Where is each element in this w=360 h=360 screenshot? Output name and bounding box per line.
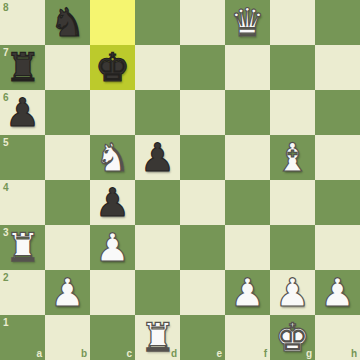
square-h3[interactable] [315, 225, 360, 270]
square-g5[interactable]: ♝ [270, 135, 315, 180]
square-d2[interactable] [135, 270, 180, 315]
rank-label-4: 4 [3, 182, 9, 193]
square-c2[interactable] [90, 270, 135, 315]
square-h5[interactable] [315, 135, 360, 180]
square-d7[interactable] [135, 45, 180, 90]
rank-label-8: 8 [3, 2, 9, 13]
file-label-f: f [264, 348, 267, 359]
square-g4[interactable] [270, 180, 315, 225]
square-e2[interactable] [180, 270, 225, 315]
square-g3[interactable] [270, 225, 315, 270]
square-h8[interactable] [315, 0, 360, 45]
file-label-c: c [126, 348, 132, 359]
square-h7[interactable] [315, 45, 360, 90]
piece-white-pawn[interactable]: ♟ [315, 270, 360, 315]
file-label-h: h [351, 348, 357, 359]
square-c5[interactable]: ♞ [90, 135, 135, 180]
square-d6[interactable] [135, 90, 180, 135]
piece-white-rook[interactable]: ♜ [135, 315, 180, 360]
rank-label-5: 5 [3, 137, 9, 148]
square-g8[interactable] [270, 0, 315, 45]
file-label-b: b [81, 348, 87, 359]
square-g2[interactable]: ♟ [270, 270, 315, 315]
square-a2[interactable]: 2 [0, 270, 45, 315]
piece-white-pawn[interactable]: ♟ [270, 270, 315, 315]
square-b8[interactable]: ♞ [45, 0, 90, 45]
square-c7[interactable]: ♚ [90, 45, 135, 90]
square-f1[interactable]: f [225, 315, 270, 360]
square-b2[interactable]: ♟ [45, 270, 90, 315]
chess-board: 8♞♛7♜♚6♟5♞♟♝4♟3♜♟2♟♟♟♟1abcd♜efg♚h [0, 0, 360, 360]
piece-white-pawn[interactable]: ♟ [225, 270, 270, 315]
square-d4[interactable] [135, 180, 180, 225]
file-label-e: e [216, 348, 222, 359]
piece-white-bishop[interactable]: ♝ [270, 135, 315, 180]
square-h6[interactable] [315, 90, 360, 135]
piece-black-king[interactable]: ♚ [90, 45, 135, 90]
square-a3[interactable]: 3♜ [0, 225, 45, 270]
piece-white-knight[interactable]: ♞ [90, 135, 135, 180]
square-g6[interactable] [270, 90, 315, 135]
piece-white-pawn[interactable]: ♟ [45, 270, 90, 315]
square-c1[interactable]: c [90, 315, 135, 360]
square-f6[interactable] [225, 90, 270, 135]
square-e1[interactable]: e [180, 315, 225, 360]
square-e6[interactable] [180, 90, 225, 135]
square-a5[interactable]: 5 [0, 135, 45, 180]
square-e5[interactable] [180, 135, 225, 180]
rank-label-2: 2 [3, 272, 9, 283]
square-a7[interactable]: 7♜ [0, 45, 45, 90]
square-e8[interactable] [180, 0, 225, 45]
square-b4[interactable] [45, 180, 90, 225]
square-e3[interactable] [180, 225, 225, 270]
square-g1[interactable]: g♚ [270, 315, 315, 360]
square-c8[interactable] [90, 0, 135, 45]
piece-black-knight[interactable]: ♞ [45, 0, 90, 45]
piece-white-king[interactable]: ♚ [270, 315, 315, 360]
square-f3[interactable] [225, 225, 270, 270]
square-e4[interactable] [180, 180, 225, 225]
square-b7[interactable] [45, 45, 90, 90]
piece-white-pawn[interactable]: ♟ [90, 225, 135, 270]
piece-black-rook[interactable]: ♜ [0, 45, 45, 90]
square-a8[interactable]: 8 [0, 0, 45, 45]
square-b6[interactable] [45, 90, 90, 135]
square-f2[interactable]: ♟ [225, 270, 270, 315]
square-b1[interactable]: b [45, 315, 90, 360]
file-label-a: a [36, 348, 42, 359]
rank-label-1: 1 [3, 317, 9, 328]
square-d8[interactable] [135, 0, 180, 45]
square-h2[interactable]: ♟ [315, 270, 360, 315]
square-f5[interactable] [225, 135, 270, 180]
square-f4[interactable] [225, 180, 270, 225]
square-b5[interactable] [45, 135, 90, 180]
square-h1[interactable]: h [315, 315, 360, 360]
square-b3[interactable] [45, 225, 90, 270]
square-c6[interactable] [90, 90, 135, 135]
piece-black-pawn[interactable]: ♟ [0, 90, 45, 135]
square-a6[interactable]: 6♟ [0, 90, 45, 135]
square-h4[interactable] [315, 180, 360, 225]
square-d1[interactable]: d♜ [135, 315, 180, 360]
square-a4[interactable]: 4 [0, 180, 45, 225]
square-c3[interactable]: ♟ [90, 225, 135, 270]
piece-white-queen[interactable]: ♛ [225, 0, 270, 45]
piece-black-pawn[interactable]: ♟ [90, 180, 135, 225]
piece-white-rook[interactable]: ♜ [0, 225, 45, 270]
piece-black-pawn[interactable]: ♟ [135, 135, 180, 180]
square-d5[interactable]: ♟ [135, 135, 180, 180]
square-a1[interactable]: 1a [0, 315, 45, 360]
square-f7[interactable] [225, 45, 270, 90]
square-d3[interactable] [135, 225, 180, 270]
square-c4[interactable]: ♟ [90, 180, 135, 225]
square-g7[interactable] [270, 45, 315, 90]
square-f8[interactable]: ♛ [225, 0, 270, 45]
square-e7[interactable] [180, 45, 225, 90]
